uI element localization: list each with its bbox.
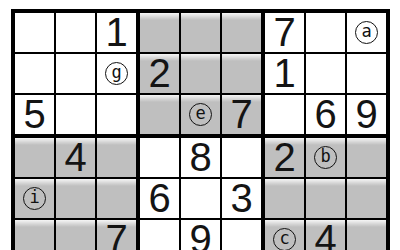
given-digit: 4	[64, 137, 86, 177]
cell-r2c1[interactable]	[15, 54, 56, 95]
cell-r4c9[interactable]	[347, 138, 386, 179]
given-digit: 6	[314, 94, 336, 134]
circled-letter-marker: c	[273, 228, 296, 250]
letter-label: b	[320, 148, 330, 165]
cell-r2c2[interactable]	[56, 54, 97, 95]
cell-r6c6[interactable]	[222, 220, 265, 250]
cell-r1c7[interactable]: 7	[265, 13, 306, 54]
cell-r6c4[interactable]	[140, 220, 181, 250]
cell-r5c5[interactable]	[181, 179, 222, 220]
cell-r2c5[interactable]	[181, 54, 222, 95]
cell-r3c7[interactable]	[265, 95, 306, 138]
given-digit: 9	[189, 219, 211, 250]
circled-letter-marker: i	[23, 187, 46, 210]
cell-r1c3[interactable]: 1	[97, 13, 140, 54]
cell-r3c4[interactable]	[140, 95, 181, 138]
cell-r2c3[interactable]: g	[97, 54, 140, 95]
letter-label: i	[29, 189, 39, 206]
letter-label: a	[361, 23, 371, 40]
cell-r4c1[interactable]	[15, 138, 56, 179]
cell-r5c1[interactable]: i	[15, 179, 56, 220]
cell-r3c3[interactable]	[97, 95, 140, 138]
given-digit: 2	[148, 53, 170, 93]
given-digit: 7	[230, 94, 252, 134]
cell-r1c1[interactable]	[15, 13, 56, 54]
given-digit: 1	[105, 12, 127, 52]
cell-r6c9[interactable]	[347, 220, 386, 250]
sudoku-board: 17ag215e769482bi6379c4	[11, 9, 390, 250]
cell-r6c8[interactable]: 4	[306, 220, 347, 250]
cell-r4c8[interactable]: b	[306, 138, 347, 179]
cell-r3c2[interactable]	[56, 95, 97, 138]
cell-r6c3[interactable]: 7	[97, 220, 140, 250]
cell-r1c8[interactable]	[306, 13, 347, 54]
cell-r5c4[interactable]: 6	[140, 179, 181, 220]
cell-r1c9[interactable]: a	[347, 13, 386, 54]
letter-label: e	[195, 105, 205, 122]
cell-r4c2[interactable]: 4	[56, 138, 97, 179]
cell-r5c9[interactable]	[347, 179, 386, 220]
given-digit: 3	[230, 178, 252, 218]
cell-r6c7[interactable]: c	[265, 220, 306, 250]
given-digit: 6	[148, 178, 170, 218]
cell-r5c6[interactable]: 3	[222, 179, 265, 220]
circled-letter-marker: b	[314, 146, 337, 169]
letter-label: g	[111, 64, 121, 81]
cell-r6c5[interactable]: 9	[181, 220, 222, 250]
cell-r1c6[interactable]	[222, 13, 265, 54]
cell-r6c2[interactable]	[56, 220, 97, 250]
given-digit: 9	[355, 94, 377, 134]
cell-r3c6[interactable]: 7	[222, 95, 265, 138]
cell-r5c8[interactable]	[306, 179, 347, 220]
cell-r1c5[interactable]	[181, 13, 222, 54]
given-digit: 2	[273, 137, 295, 177]
cell-r2c6[interactable]	[222, 54, 265, 95]
cell-r5c2[interactable]	[56, 179, 97, 220]
cell-r2c8[interactable]	[306, 54, 347, 95]
given-digit: 7	[105, 219, 127, 250]
given-digit: 4	[314, 219, 336, 250]
cell-r6c1[interactable]	[15, 220, 56, 250]
cell-r2c9[interactable]	[347, 54, 386, 95]
cell-r2c4[interactable]: 2	[140, 54, 181, 95]
circled-letter-marker: g	[105, 62, 128, 85]
given-digit: 8	[189, 137, 211, 177]
cell-r3c1[interactable]: 5	[15, 95, 56, 138]
given-digit: 7	[273, 12, 295, 52]
cell-r2c7[interactable]: 1	[265, 54, 306, 95]
circled-letter-marker: a	[355, 21, 378, 44]
cell-r1c4[interactable]	[140, 13, 181, 54]
cell-r4c4[interactable]	[140, 138, 181, 179]
cell-r3c8[interactable]: 6	[306, 95, 347, 138]
cell-r4c3[interactable]	[97, 138, 140, 179]
cell-r5c7[interactable]	[265, 179, 306, 220]
cell-r4c7[interactable]: 2	[265, 138, 306, 179]
given-digit: 5	[23, 94, 45, 134]
cell-r5c3[interactable]	[97, 179, 140, 220]
cell-r4c6[interactable]	[222, 138, 265, 179]
cell-r4c5[interactable]: 8	[181, 138, 222, 179]
circled-letter-marker: e	[189, 103, 212, 126]
given-digit: 1	[273, 53, 295, 93]
letter-label: c	[279, 230, 289, 247]
cell-r1c2[interactable]	[56, 13, 97, 54]
cell-r3c5[interactable]: e	[181, 95, 222, 138]
cell-r3c9[interactable]: 9	[347, 95, 386, 138]
